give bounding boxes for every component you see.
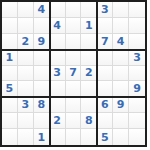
given-digit: 3 (53, 67, 61, 78)
given-digit: 6 (101, 99, 109, 110)
cell-r1c4[interactable] (50, 2, 66, 18)
cell-r1c6[interactable] (81, 2, 97, 18)
cell-r8c6[interactable]: 8 (81, 113, 97, 129)
cell-r6c2[interactable] (18, 81, 34, 97)
cell-r1c2[interactable] (18, 2, 34, 18)
cell-r5c6[interactable]: 2 (81, 66, 97, 82)
cell-r3c1[interactable] (2, 34, 18, 50)
cell-r3c2[interactable]: 2 (18, 34, 34, 50)
cell-r1c5[interactable] (66, 2, 82, 18)
cell-r3c5[interactable] (66, 34, 82, 50)
cell-r5c5[interactable]: 7 (66, 66, 82, 82)
cell-r1c7[interactable]: 3 (97, 2, 113, 18)
sudoku-board: 43412974133725938692815 (0, 0, 147, 147)
cell-r3c3[interactable]: 9 (34, 34, 50, 50)
cell-r1c8[interactable] (113, 2, 129, 18)
cell-r8c3[interactable] (34, 113, 50, 129)
cell-r4c4[interactable] (50, 50, 66, 66)
cell-r2c1[interactable] (2, 18, 18, 34)
cell-r5c2[interactable] (18, 66, 34, 82)
given-digit: 2 (53, 115, 61, 126)
cell-r8c9[interactable] (129, 113, 145, 129)
cell-r4c5[interactable] (66, 50, 82, 66)
cell-r5c7[interactable] (97, 66, 113, 82)
cell-r4c6[interactable] (81, 50, 97, 66)
cell-r4c3[interactable] (34, 50, 50, 66)
cell-r7c6[interactable] (81, 97, 97, 113)
cell-r1c3[interactable]: 4 (34, 2, 50, 18)
cell-r9c7[interactable]: 5 (97, 129, 113, 145)
given-digit: 9 (117, 99, 125, 110)
cell-r3c8[interactable]: 4 (113, 34, 129, 50)
cell-r8c1[interactable] (2, 113, 18, 129)
given-digit: 3 (21, 99, 29, 110)
cell-r9c8[interactable] (113, 129, 129, 145)
cell-r2c7[interactable] (97, 18, 113, 34)
cell-r7c2[interactable]: 3 (18, 97, 34, 113)
cell-r2c6[interactable]: 1 (81, 18, 97, 34)
cell-r8c4[interactable]: 2 (50, 113, 66, 129)
given-digit: 9 (37, 36, 45, 47)
given-digit: 2 (21, 36, 29, 47)
cell-r3c7[interactable]: 7 (97, 34, 113, 50)
cell-r6c4[interactable] (50, 81, 66, 97)
cell-r1c9[interactable] (129, 2, 145, 18)
cell-r9c4[interactable] (50, 129, 66, 145)
given-digit: 1 (85, 20, 93, 31)
given-digit: 5 (101, 132, 109, 143)
given-digit: 8 (37, 99, 45, 110)
given-digit: 1 (37, 132, 45, 143)
cell-r3c9[interactable] (129, 34, 145, 50)
given-digit: 8 (85, 115, 93, 126)
given-digit: 1 (6, 52, 14, 63)
cell-r7c7[interactable]: 6 (97, 97, 113, 113)
cell-r4c2[interactable] (18, 50, 34, 66)
given-digit: 7 (69, 67, 77, 78)
sudoku-cells: 43412974133725938692815 (2, 2, 145, 145)
given-digit: 4 (37, 4, 45, 15)
given-digit: 2 (85, 67, 93, 78)
cell-r2c4[interactable]: 4 (50, 18, 66, 34)
cell-r4c7[interactable] (97, 50, 113, 66)
cell-r6c8[interactable] (113, 81, 129, 97)
cell-r8c8[interactable] (113, 113, 129, 129)
given-digit: 4 (53, 20, 61, 31)
cell-r7c4[interactable] (50, 97, 66, 113)
cell-r4c8[interactable] (113, 50, 129, 66)
cell-r1c1[interactable] (2, 2, 18, 18)
cell-r3c4[interactable] (50, 34, 66, 50)
cell-r7c9[interactable] (129, 97, 145, 113)
cell-r4c9[interactable]: 3 (129, 50, 145, 66)
given-digit: 9 (133, 83, 141, 94)
cell-r5c8[interactable] (113, 66, 129, 82)
cell-r5c4[interactable]: 3 (50, 66, 66, 82)
cell-r9c5[interactable] (66, 129, 82, 145)
cell-r7c3[interactable]: 8 (34, 97, 50, 113)
cell-r8c5[interactable] (66, 113, 82, 129)
cell-r5c1[interactable] (2, 66, 18, 82)
cell-r7c8[interactable]: 9 (113, 97, 129, 113)
cell-r5c3[interactable] (34, 66, 50, 82)
cell-r3c6[interactable] (81, 34, 97, 50)
cell-r8c2[interactable] (18, 113, 34, 129)
cell-r2c2[interactable] (18, 18, 34, 34)
given-digit: 3 (133, 52, 141, 63)
given-digit: 5 (6, 83, 14, 94)
cell-r9c1[interactable] (2, 129, 18, 145)
cell-r6c6[interactable] (81, 81, 97, 97)
cell-r9c6[interactable] (81, 129, 97, 145)
cell-r2c8[interactable] (113, 18, 129, 34)
cell-r6c7[interactable] (97, 81, 113, 97)
cell-r6c9[interactable]: 9 (129, 81, 145, 97)
cell-r9c9[interactable] (129, 129, 145, 145)
cell-r6c1[interactable]: 5 (2, 81, 18, 97)
cell-r7c5[interactable] (66, 97, 82, 113)
cell-r9c3[interactable]: 1 (34, 129, 50, 145)
cell-r6c3[interactable] (34, 81, 50, 97)
given-digit: 4 (117, 36, 125, 47)
cell-r4c1[interactable]: 1 (2, 50, 18, 66)
cell-r8c7[interactable] (97, 113, 113, 129)
cell-r5c9[interactable] (129, 66, 145, 82)
cell-r2c5[interactable] (66, 18, 82, 34)
cell-r6c5[interactable] (66, 81, 82, 97)
cell-r2c9[interactable] (129, 18, 145, 34)
cell-r9c2[interactable] (18, 129, 34, 145)
cell-r7c1[interactable] (2, 97, 18, 113)
given-digit: 7 (101, 36, 109, 47)
given-digit: 3 (101, 4, 109, 15)
cell-r2c3[interactable] (34, 18, 50, 34)
